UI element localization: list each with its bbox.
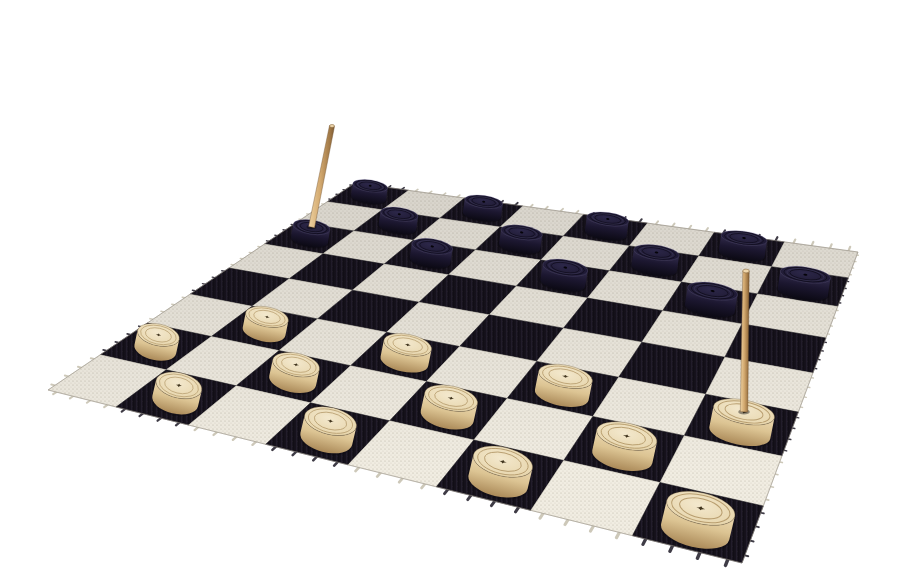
wooden-pole-right-top	[743, 269, 750, 273]
giant-checkers-board-photo	[0, 0, 900, 587]
wooden-pole-left-top	[330, 125, 335, 128]
checkers-photo-canvas	[0, 0, 900, 587]
